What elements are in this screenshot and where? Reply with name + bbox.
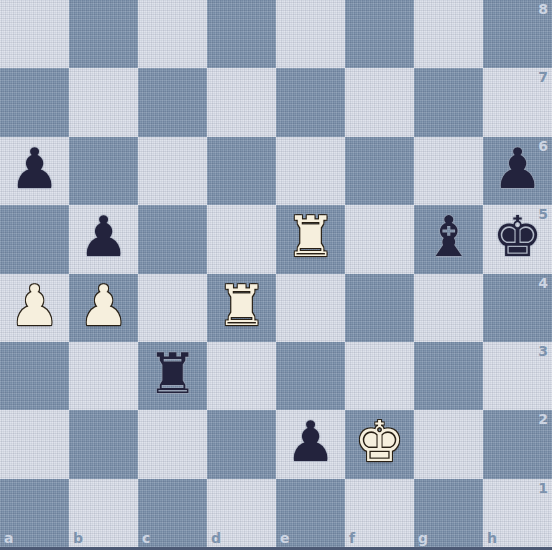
square-h4[interactable]: 4 xyxy=(483,274,552,342)
file-label-b: b xyxy=(73,531,83,545)
square-e8[interactable] xyxy=(276,0,345,68)
rank-label-1: 1 xyxy=(538,481,548,495)
white-pawn[interactable]: ♟ xyxy=(78,278,128,334)
white-pawn[interactable]: ♟ xyxy=(9,278,59,334)
square-e3[interactable] xyxy=(276,342,345,410)
chess-board-frame: 87♟6♟♟♜♝5♚♟♟♜4♜3♟♚2abcdefg1h xyxy=(0,0,552,550)
square-d7[interactable] xyxy=(207,68,276,136)
square-g5[interactable]: ♝ xyxy=(414,205,483,273)
square-a4[interactable]: ♟ xyxy=(0,274,69,342)
square-c6[interactable] xyxy=(138,137,207,205)
square-g6[interactable] xyxy=(414,137,483,205)
square-b7[interactable] xyxy=(69,68,138,136)
white-rook[interactable]: ♜ xyxy=(216,278,266,334)
file-label-h: h xyxy=(487,531,497,545)
square-g4[interactable] xyxy=(414,274,483,342)
square-a3[interactable] xyxy=(0,342,69,410)
file-label-c: c xyxy=(142,531,150,545)
black-pawn[interactable]: ♟ xyxy=(9,141,59,197)
black-king[interactable]: ♚ xyxy=(492,209,542,265)
square-e1[interactable]: e xyxy=(276,479,345,547)
square-f5[interactable] xyxy=(345,205,414,273)
square-d4[interactable]: ♜ xyxy=(207,274,276,342)
square-f3[interactable] xyxy=(345,342,414,410)
square-e7[interactable] xyxy=(276,68,345,136)
chess-board: 87♟6♟♟♜♝5♚♟♟♜4♜3♟♚2abcdefg1h xyxy=(0,0,552,547)
square-c8[interactable] xyxy=(138,0,207,68)
square-a8[interactable] xyxy=(0,0,69,68)
file-label-g: g xyxy=(418,531,428,545)
white-king[interactable]: ♚ xyxy=(354,414,404,470)
square-g2[interactable] xyxy=(414,410,483,478)
square-h5[interactable]: 5♚ xyxy=(483,205,552,273)
square-c5[interactable] xyxy=(138,205,207,273)
square-a6[interactable]: ♟ xyxy=(0,137,69,205)
square-f4[interactable] xyxy=(345,274,414,342)
square-a1[interactable]: a xyxy=(0,479,69,547)
rank-label-7: 7 xyxy=(538,70,548,84)
square-g1[interactable]: g xyxy=(414,479,483,547)
square-h8[interactable]: 8 xyxy=(483,0,552,68)
black-pawn[interactable]: ♟ xyxy=(78,209,128,265)
square-b5[interactable]: ♟ xyxy=(69,205,138,273)
square-c3[interactable]: ♜ xyxy=(138,342,207,410)
square-b1[interactable]: b xyxy=(69,479,138,547)
rank-label-3: 3 xyxy=(538,344,548,358)
square-h3[interactable]: 3 xyxy=(483,342,552,410)
square-a2[interactable] xyxy=(0,410,69,478)
square-f6[interactable] xyxy=(345,137,414,205)
square-f7[interactable] xyxy=(345,68,414,136)
square-d6[interactable] xyxy=(207,137,276,205)
rank-label-2: 2 xyxy=(538,412,548,426)
square-h2[interactable]: 2 xyxy=(483,410,552,478)
square-g3[interactable] xyxy=(414,342,483,410)
square-f2[interactable]: ♚ xyxy=(345,410,414,478)
square-b4[interactable]: ♟ xyxy=(69,274,138,342)
file-label-a: a xyxy=(4,531,13,545)
square-d1[interactable]: d xyxy=(207,479,276,547)
black-pawn[interactable]: ♟ xyxy=(492,141,542,197)
square-c2[interactable] xyxy=(138,410,207,478)
square-h6[interactable]: 6♟ xyxy=(483,137,552,205)
square-g8[interactable] xyxy=(414,0,483,68)
square-h7[interactable]: 7 xyxy=(483,68,552,136)
square-d5[interactable] xyxy=(207,205,276,273)
square-f8[interactable] xyxy=(345,0,414,68)
square-d8[interactable] xyxy=(207,0,276,68)
square-b3[interactable] xyxy=(69,342,138,410)
square-c4[interactable] xyxy=(138,274,207,342)
square-g7[interactable] xyxy=(414,68,483,136)
square-a7[interactable] xyxy=(0,68,69,136)
square-d3[interactable] xyxy=(207,342,276,410)
square-e2[interactable]: ♟ xyxy=(276,410,345,478)
black-pawn[interactable]: ♟ xyxy=(285,414,335,470)
square-a5[interactable] xyxy=(0,205,69,273)
file-label-d: d xyxy=(211,531,221,545)
square-e6[interactable] xyxy=(276,137,345,205)
square-d2[interactable] xyxy=(207,410,276,478)
rank-label-8: 8 xyxy=(538,2,548,16)
square-c7[interactable] xyxy=(138,68,207,136)
black-bishop[interactable]: ♝ xyxy=(423,209,473,265)
black-rook[interactable]: ♜ xyxy=(147,346,197,402)
square-f1[interactable]: f xyxy=(345,479,414,547)
square-b8[interactable] xyxy=(69,0,138,68)
square-e4[interactable] xyxy=(276,274,345,342)
rank-label-4: 4 xyxy=(538,276,548,290)
white-rook[interactable]: ♜ xyxy=(285,209,335,265)
square-h1[interactable]: 1h xyxy=(483,479,552,547)
square-b2[interactable] xyxy=(69,410,138,478)
square-b6[interactable] xyxy=(69,137,138,205)
file-label-e: e xyxy=(280,531,290,545)
square-c1[interactable]: c xyxy=(138,479,207,547)
square-e5[interactable]: ♜ xyxy=(276,205,345,273)
file-label-f: f xyxy=(349,531,355,545)
